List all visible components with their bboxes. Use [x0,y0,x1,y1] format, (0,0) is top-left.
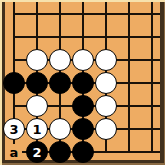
white-stone [95,72,117,94]
black-stone [3,72,25,94]
black-stone [72,95,94,117]
white-stone [95,118,117,140]
white-stone [26,95,48,117]
black-stone [49,72,71,94]
white-stone [49,49,71,71]
stones: 312a [0,0,165,165]
black-stone-move-2: 2 [26,141,48,163]
white-stone [95,49,117,71]
go-diagram: 312a [0,0,165,165]
point-label-a[interactable]: a [6,144,22,160]
black-stone [26,72,48,94]
black-stone [72,118,94,140]
black-stone [72,72,94,94]
white-stone [49,118,71,140]
black-stone [72,141,94,163]
white-stone [26,49,48,71]
white-stone-move-1: 1 [26,118,48,140]
white-stone [72,49,94,71]
white-stone [95,95,117,117]
white-stone-move-3: 3 [3,118,25,140]
black-stone [49,141,71,163]
